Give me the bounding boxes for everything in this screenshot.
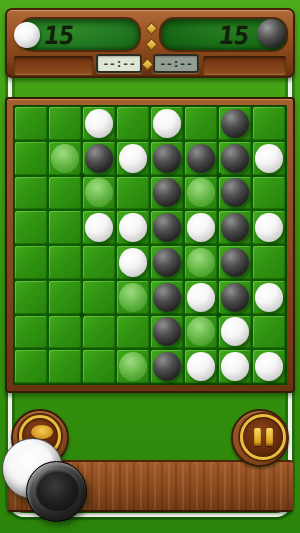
star-point — [216, 313, 221, 318]
cell-d7[interactable] — [117, 316, 149, 349]
cell-e1[interactable] — [151, 107, 183, 140]
white-timer: --:-- — [96, 54, 142, 73]
black-disc — [153, 283, 181, 312]
cell-f3[interactable] — [185, 177, 217, 210]
cell-g1[interactable] — [219, 107, 251, 140]
pause-button[interactable] — [240, 414, 286, 460]
cell-e7[interactable] — [151, 316, 183, 349]
white-disc — [187, 213, 215, 242]
black-disc — [221, 213, 249, 242]
cell-a1[interactable] — [15, 107, 47, 140]
cell-b4[interactable] — [49, 211, 81, 244]
cell-a6[interactable] — [15, 281, 47, 314]
cell-f2[interactable] — [185, 142, 217, 175]
legal-move-hint — [85, 178, 113, 207]
score-bar: 15 15 --:-- --:-- — [5, 8, 295, 78]
cell-a3[interactable] — [15, 177, 47, 210]
cell-h6[interactable] — [253, 281, 285, 314]
white-disc — [255, 213, 283, 242]
white-disc — [221, 317, 249, 346]
board — [13, 105, 287, 385]
cell-c5[interactable] — [83, 246, 115, 279]
black-disc — [221, 109, 249, 138]
black-disc — [221, 283, 249, 312]
gold-ornament-icon — [31, 425, 53, 439]
cell-d3[interactable] — [117, 177, 149, 210]
wood-recess-right — [203, 56, 286, 75]
legal-move-hint — [187, 317, 215, 346]
cell-a2[interactable] — [15, 142, 47, 175]
legal-move-hint — [119, 283, 147, 312]
star-point — [79, 313, 84, 318]
cell-b3[interactable] — [49, 177, 81, 210]
cell-f6[interactable] — [185, 281, 217, 314]
cell-d6[interactable] — [117, 281, 149, 314]
black-disc — [221, 178, 249, 207]
cell-d1[interactable] — [117, 107, 149, 140]
black-disc — [153, 317, 181, 346]
cell-d5[interactable] — [117, 246, 149, 279]
white-disc — [187, 283, 215, 312]
cell-c4[interactable] — [83, 211, 115, 244]
black-disc — [153, 248, 181, 277]
white-disc — [221, 352, 249, 381]
white-disc — [153, 109, 181, 138]
black-score: 15 — [217, 23, 250, 48]
white-disc — [255, 352, 283, 381]
cell-g2[interactable] — [219, 142, 251, 175]
black-disc — [153, 144, 181, 173]
cell-e8[interactable] — [151, 350, 183, 383]
cell-b8[interactable] — [49, 350, 81, 383]
cell-g3[interactable] — [219, 177, 251, 210]
white-disc — [255, 144, 283, 173]
black-disc — [153, 178, 181, 207]
cell-f7[interactable] — [185, 316, 217, 349]
star-point — [79, 173, 84, 178]
white-score: 15 — [42, 23, 75, 48]
legal-move-hint — [187, 248, 215, 277]
cell-h3[interactable] — [253, 177, 285, 210]
cell-c3[interactable] — [83, 177, 115, 210]
cell-g4[interactable] — [219, 211, 251, 244]
black-timer: --:-- — [153, 54, 199, 73]
black-disc — [153, 213, 181, 242]
cell-e3[interactable] — [151, 177, 183, 210]
star-point — [216, 173, 221, 178]
wood-recess-left — [14, 56, 93, 75]
cell-e4[interactable] — [151, 211, 183, 244]
black-disc — [221, 144, 249, 173]
black-disc-indicator — [26, 461, 87, 522]
white-disc — [119, 213, 147, 242]
white-ball-icon — [14, 22, 40, 48]
board-frame — [5, 97, 295, 393]
white-disc — [85, 109, 113, 138]
cell-a5[interactable] — [15, 246, 47, 279]
legal-move-hint — [119, 352, 147, 381]
cell-g5[interactable] — [219, 246, 251, 279]
cell-h4[interactable] — [253, 211, 285, 244]
cell-d2[interactable] — [117, 142, 149, 175]
cell-g8[interactable] — [219, 350, 251, 383]
cell-a4[interactable] — [15, 211, 47, 244]
white-disc — [85, 213, 113, 242]
cell-d8[interactable] — [117, 350, 149, 383]
white-disc — [255, 283, 283, 312]
cell-c1[interactable] — [83, 107, 115, 140]
white-disc — [187, 352, 215, 381]
pause-icon — [266, 428, 273, 446]
cell-c2[interactable] — [83, 142, 115, 175]
cell-e5[interactable] — [151, 246, 183, 279]
black-ball-icon — [257, 19, 286, 48]
black-disc — [85, 144, 113, 173]
cell-f8[interactable] — [185, 350, 217, 383]
cell-f1[interactable] — [185, 107, 217, 140]
cell-g6[interactable] — [219, 281, 251, 314]
cell-h7[interactable] — [253, 316, 285, 349]
cell-e2[interactable] — [151, 142, 183, 175]
black-disc — [221, 248, 249, 277]
cell-b6[interactable] — [49, 281, 81, 314]
cell-c7[interactable] — [83, 316, 115, 349]
cell-a7[interactable] — [15, 316, 47, 349]
gold-ornament-icon — [145, 38, 158, 51]
cell-e6[interactable] — [151, 281, 183, 314]
white-disc — [119, 248, 147, 277]
cell-h2[interactable] — [253, 142, 285, 175]
othello-game-screen: 15 15 --:-- --:-- — [0, 0, 300, 533]
cell-h5[interactable] — [253, 246, 285, 279]
cell-b2[interactable] — [49, 142, 81, 175]
cell-c6[interactable] — [83, 281, 115, 314]
gold-ornament-icon — [141, 58, 154, 71]
cell-c8[interactable] — [83, 350, 115, 383]
cell-g7[interactable] — [219, 316, 251, 349]
cell-h8[interactable] — [253, 350, 285, 383]
white-disc — [119, 144, 147, 173]
cell-b7[interactable] — [49, 316, 81, 349]
cell-a8[interactable] — [15, 350, 47, 383]
pause-icon — [254, 428, 261, 446]
legal-move-hint — [51, 144, 79, 173]
black-disc — [153, 352, 181, 381]
cell-f5[interactable] — [185, 246, 217, 279]
cell-b1[interactable] — [49, 107, 81, 140]
cell-f4[interactable] — [185, 211, 217, 244]
cell-b5[interactable] — [49, 246, 81, 279]
legal-move-hint — [187, 178, 215, 207]
cell-d4[interactable] — [117, 211, 149, 244]
black-disc — [187, 144, 215, 173]
cell-h1[interactable] — [253, 107, 285, 140]
gold-ornament-icon — [145, 22, 158, 35]
